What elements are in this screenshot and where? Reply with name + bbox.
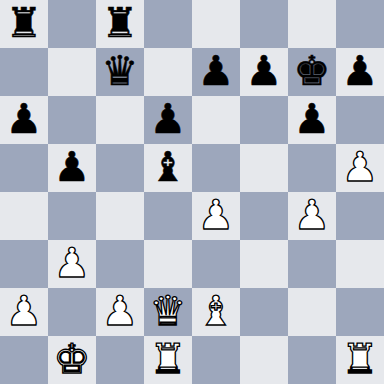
piece-black-pawn[interactable]: ♟ [342, 47, 379, 95]
square-g6[interactable]: ♟ [288, 96, 336, 144]
square-h8[interactable] [336, 0, 384, 48]
square-c6[interactable] [96, 96, 144, 144]
piece-white-pawn[interactable]: ♟ [294, 191, 331, 239]
square-a1[interactable] [0, 336, 48, 384]
square-a4[interactable] [0, 192, 48, 240]
square-e6[interactable] [192, 96, 240, 144]
piece-black-rook[interactable]: ♜ [6, 0, 43, 47]
square-c8[interactable]: ♜ [96, 0, 144, 48]
square-a5[interactable] [0, 144, 48, 192]
piece-white-pawn[interactable]: ♟ [102, 287, 139, 335]
piece-white-pawn[interactable]: ♟ [198, 191, 235, 239]
square-f5[interactable] [240, 144, 288, 192]
square-c5[interactable] [96, 144, 144, 192]
square-e7[interactable]: ♟ [192, 48, 240, 96]
square-g1[interactable] [288, 336, 336, 384]
square-e5[interactable] [192, 144, 240, 192]
square-h4[interactable] [336, 192, 384, 240]
square-d3[interactable] [144, 240, 192, 288]
square-f1[interactable] [240, 336, 288, 384]
square-e3[interactable] [192, 240, 240, 288]
square-d1[interactable]: ♜ [144, 336, 192, 384]
square-e1[interactable] [192, 336, 240, 384]
square-b5[interactable]: ♟ [48, 144, 96, 192]
piece-white-bishop[interactable]: ♝ [198, 287, 235, 335]
piece-black-pawn[interactable]: ♟ [6, 95, 43, 143]
piece-black-rook[interactable]: ♜ [102, 0, 139, 47]
piece-white-queen[interactable]: ♛ [150, 287, 187, 335]
square-f7[interactable]: ♟ [240, 48, 288, 96]
square-b7[interactable] [48, 48, 96, 96]
square-c3[interactable] [96, 240, 144, 288]
square-d4[interactable] [144, 192, 192, 240]
square-c1[interactable] [96, 336, 144, 384]
square-b4[interactable] [48, 192, 96, 240]
square-b6[interactable] [48, 96, 96, 144]
square-c7[interactable]: ♛ [96, 48, 144, 96]
square-f2[interactable] [240, 288, 288, 336]
square-d2[interactable]: ♛ [144, 288, 192, 336]
square-b8[interactable] [48, 0, 96, 48]
square-b2[interactable] [48, 288, 96, 336]
square-a3[interactable] [0, 240, 48, 288]
piece-white-king[interactable]: ♚ [54, 335, 91, 383]
square-g5[interactable] [288, 144, 336, 192]
piece-black-king[interactable]: ♚ [294, 47, 331, 95]
square-g2[interactable] [288, 288, 336, 336]
square-h5[interactable]: ♟ [336, 144, 384, 192]
piece-black-pawn[interactable]: ♟ [198, 47, 235, 95]
square-h2[interactable] [336, 288, 384, 336]
square-c4[interactable] [96, 192, 144, 240]
square-h6[interactable] [336, 96, 384, 144]
square-b1[interactable]: ♚ [48, 336, 96, 384]
piece-black-pawn[interactable]: ♟ [294, 95, 331, 143]
piece-white-pawn[interactable]: ♟ [6, 287, 43, 335]
piece-black-bishop[interactable]: ♝ [150, 143, 187, 191]
square-f8[interactable] [240, 0, 288, 48]
square-h3[interactable] [336, 240, 384, 288]
square-g4[interactable]: ♟ [288, 192, 336, 240]
square-a2[interactable]: ♟ [0, 288, 48, 336]
square-h1[interactable]: ♜ [336, 336, 384, 384]
square-g7[interactable]: ♚ [288, 48, 336, 96]
square-f6[interactable] [240, 96, 288, 144]
piece-white-pawn[interactable]: ♟ [54, 239, 91, 287]
square-a6[interactable]: ♟ [0, 96, 48, 144]
square-d5[interactable]: ♝ [144, 144, 192, 192]
piece-black-pawn[interactable]: ♟ [54, 143, 91, 191]
square-h7[interactable]: ♟ [336, 48, 384, 96]
piece-black-pawn[interactable]: ♟ [150, 95, 187, 143]
piece-white-pawn[interactable]: ♟ [342, 143, 379, 191]
square-a7[interactable] [0, 48, 48, 96]
piece-white-rook[interactable]: ♜ [342, 335, 379, 383]
square-g3[interactable] [288, 240, 336, 288]
piece-white-rook[interactable]: ♜ [150, 335, 187, 383]
square-f3[interactable] [240, 240, 288, 288]
square-e8[interactable] [192, 0, 240, 48]
square-d8[interactable] [144, 0, 192, 48]
square-b3[interactable]: ♟ [48, 240, 96, 288]
piece-black-queen[interactable]: ♛ [102, 47, 139, 95]
square-a8[interactable]: ♜ [0, 0, 48, 48]
square-e4[interactable]: ♟ [192, 192, 240, 240]
square-f4[interactable] [240, 192, 288, 240]
square-g8[interactable] [288, 0, 336, 48]
piece-black-pawn[interactable]: ♟ [246, 47, 283, 95]
square-e2[interactable]: ♝ [192, 288, 240, 336]
square-c2[interactable]: ♟ [96, 288, 144, 336]
chess-board: ♜♜♛♟♟♚♟♟♟♟♟♝♟♟♟♟♟♟♛♝♚♜♜ [0, 0, 384, 384]
square-d6[interactable]: ♟ [144, 96, 192, 144]
square-d7[interactable] [144, 48, 192, 96]
